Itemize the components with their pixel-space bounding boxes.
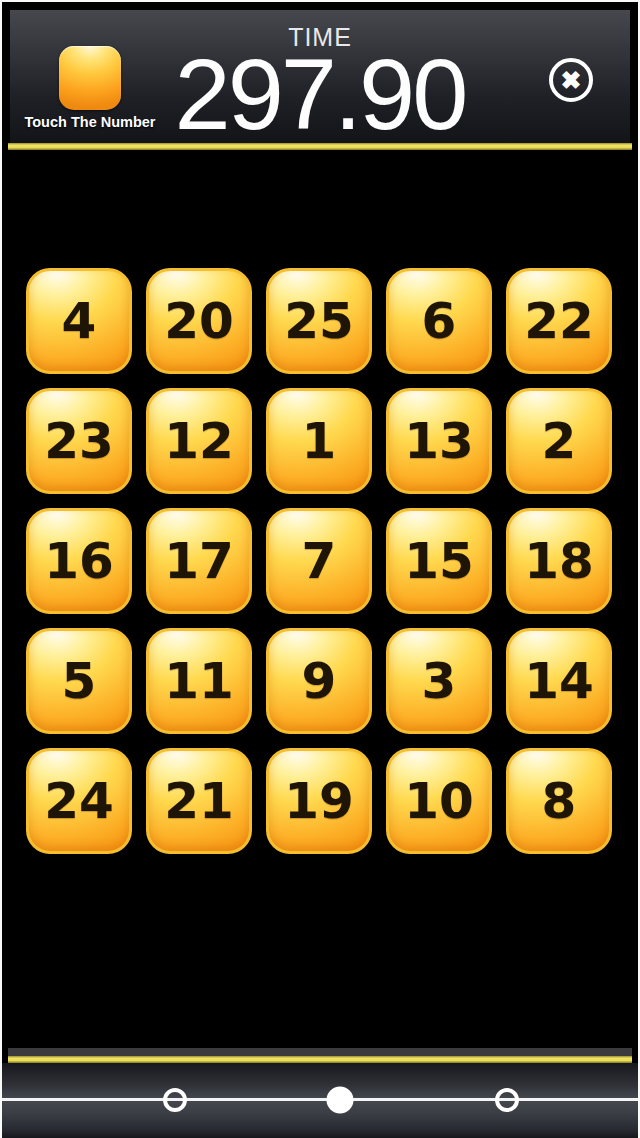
number-tile-15[interactable]: 15: [386, 508, 492, 614]
number-tile-3[interactable]: 3: [386, 628, 492, 734]
screen-frame-left: [0, 0, 2, 1138]
number-tile-17[interactable]: 17: [146, 508, 252, 614]
number-grid: 4202562223121132161771518511931424211910…: [26, 268, 612, 854]
number-tile-14[interactable]: 14: [506, 628, 612, 734]
page-dot-2[interactable]: [495, 1088, 519, 1112]
number-tile-9[interactable]: 9: [266, 628, 372, 734]
gold-divider-bottom: [8, 1056, 632, 1063]
footer-bar: [2, 1063, 638, 1138]
page-indicator-line: [2, 1098, 638, 1101]
number-tile-12[interactable]: 12: [146, 388, 252, 494]
number-tile-21[interactable]: 21: [146, 748, 252, 854]
gold-divider-top: [8, 143, 632, 150]
timer: TIME 297.90: [110, 10, 530, 141]
number-tile-13[interactable]: 13: [386, 388, 492, 494]
number-tile-8[interactable]: 8: [506, 748, 612, 854]
close-x-icon: ✖: [561, 68, 582, 93]
number-tile-11[interactable]: 11: [146, 628, 252, 734]
number-tile-18[interactable]: 18: [506, 508, 612, 614]
number-tile-25[interactable]: 25: [266, 268, 372, 374]
number-tile-4[interactable]: 4: [26, 268, 132, 374]
game-board: 4202562223121132161771518511931424211910…: [0, 150, 640, 1048]
close-button[interactable]: ✖: [549, 58, 593, 102]
number-tile-1[interactable]: 1: [266, 388, 372, 494]
app-screen: Touch The Number TIME 297.90 ✖ 420256222…: [0, 0, 640, 1138]
number-tile-23[interactable]: 23: [26, 388, 132, 494]
number-tile-7[interactable]: 7: [266, 508, 372, 614]
number-tile-20[interactable]: 20: [146, 268, 252, 374]
timer-value: 297.90: [110, 48, 530, 141]
number-tile-22[interactable]: 22: [506, 268, 612, 374]
number-tile-10[interactable]: 10: [386, 748, 492, 854]
number-tile-2[interactable]: 2: [506, 388, 612, 494]
number-tile-24[interactable]: 24: [26, 748, 132, 854]
header-bar: Touch The Number TIME 297.90 ✖: [10, 10, 630, 143]
number-tile-5[interactable]: 5: [26, 628, 132, 734]
number-tile-16[interactable]: 16: [26, 508, 132, 614]
page-dot-active[interactable]: [327, 1087, 354, 1114]
page-dot-0[interactable]: [163, 1088, 187, 1112]
number-tile-6[interactable]: 6: [386, 268, 492, 374]
screen-frame-top: [0, 0, 640, 2]
number-tile-19[interactable]: 19: [266, 748, 372, 854]
footer-lip: [8, 1048, 632, 1056]
